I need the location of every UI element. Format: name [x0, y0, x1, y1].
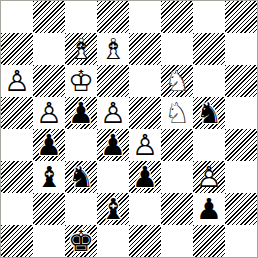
square-e3[interactable]: ♟ — [129, 161, 161, 193]
square-f4[interactable] — [161, 129, 193, 161]
pawn-black-glyph: ♟ — [97, 129, 129, 161]
king-black-glyph: ♚ — [65, 225, 97, 257]
square-g2[interactable]: ♟ — [193, 193, 225, 225]
square-g1[interactable] — [193, 225, 225, 257]
bishop-white-outline-glyph: ♗ — [97, 33, 129, 65]
piece-black-bishop[interactable]: ♝ — [97, 193, 129, 225]
square-e1[interactable] — [129, 225, 161, 257]
piece-black-pawn[interactable]: ♟ — [193, 193, 225, 225]
pawn-black-glyph: ♟ — [129, 161, 161, 193]
pawn-white-outline-glyph: ♙ — [1, 65, 33, 97]
square-e6[interactable] — [129, 65, 161, 97]
square-f5[interactable]: ♞♘ — [161, 97, 193, 129]
square-c6[interactable]: ♚♔ — [65, 65, 97, 97]
square-a8[interactable] — [1, 1, 33, 33]
square-a4[interactable] — [1, 129, 33, 161]
square-a3[interactable] — [1, 161, 33, 193]
piece-white-knight[interactable]: ♞♘ — [161, 65, 193, 97]
piece-black-knight[interactable]: ♞ — [65, 161, 97, 193]
piece-black-knight[interactable]: ♞ — [193, 97, 225, 129]
square-h7[interactable] — [225, 33, 257, 65]
square-f8[interactable] — [161, 1, 193, 33]
square-e8[interactable] — [129, 1, 161, 33]
square-d2[interactable]: ♝ — [97, 193, 129, 225]
square-c8[interactable] — [65, 1, 97, 33]
bishop-white-outline-glyph: ♗ — [65, 33, 97, 65]
square-h8[interactable] — [225, 1, 257, 33]
piece-black-pawn[interactable]: ♟ — [129, 161, 161, 193]
square-e2[interactable] — [129, 193, 161, 225]
piece-black-pawn[interactable]: ♟ — [97, 129, 129, 161]
pawn-white-outline-glyph: ♙ — [129, 129, 161, 161]
piece-white-pawn[interactable]: ♟♙ — [97, 97, 129, 129]
square-f7[interactable] — [161, 33, 193, 65]
square-b6[interactable] — [33, 65, 65, 97]
piece-black-pawn[interactable]: ♟ — [65, 97, 97, 129]
square-c3[interactable]: ♞ — [65, 161, 97, 193]
square-a6[interactable]: ♟♙ — [1, 65, 33, 97]
square-b5[interactable]: ♟♙ — [33, 97, 65, 129]
chess-board: ♝♗♝♗♟♙♚♔♞♘♟♙♟♟♙♞♘♞♟♟♟♙♝♞♟♟♙♝♟♚ — [1, 1, 257, 257]
knight-white-outline-glyph: ♘ — [161, 97, 193, 129]
piece-white-pawn[interactable]: ♟♙ — [129, 129, 161, 161]
knight-white-outline-glyph: ♘ — [161, 65, 193, 97]
square-c7[interactable]: ♝♗ — [65, 33, 97, 65]
square-g8[interactable] — [193, 1, 225, 33]
pawn-white-outline-glyph: ♙ — [97, 97, 129, 129]
knight-black-glyph: ♞ — [193, 97, 225, 129]
pawn-black-glyph: ♟ — [65, 97, 97, 129]
piece-white-pawn[interactable]: ♟♙ — [193, 161, 225, 193]
square-g7[interactable] — [193, 33, 225, 65]
piece-black-pawn[interactable]: ♟ — [33, 129, 65, 161]
square-g4[interactable] — [193, 129, 225, 161]
square-g5[interactable]: ♞ — [193, 97, 225, 129]
square-e7[interactable] — [129, 33, 161, 65]
square-a1[interactable] — [1, 225, 33, 257]
square-h4[interactable] — [225, 129, 257, 161]
square-g6[interactable] — [193, 65, 225, 97]
piece-black-bishop[interactable]: ♝ — [33, 161, 65, 193]
piece-white-pawn[interactable]: ♟♙ — [33, 97, 65, 129]
square-g3[interactable]: ♟♙ — [193, 161, 225, 193]
pawn-white-outline-glyph: ♙ — [33, 97, 65, 129]
square-e5[interactable] — [129, 97, 161, 129]
square-f1[interactable] — [161, 225, 193, 257]
square-b4[interactable]: ♟ — [33, 129, 65, 161]
piece-white-pawn[interactable]: ♟♙ — [1, 65, 33, 97]
knight-black-glyph: ♞ — [65, 161, 97, 193]
king-white-outline-glyph: ♔ — [65, 65, 97, 97]
square-f6[interactable]: ♞♘ — [161, 65, 193, 97]
square-a5[interactable] — [1, 97, 33, 129]
square-d5[interactable]: ♟♙ — [97, 97, 129, 129]
square-d3[interactable] — [97, 161, 129, 193]
square-d8[interactable] — [97, 1, 129, 33]
square-a2[interactable] — [1, 193, 33, 225]
square-c4[interactable] — [65, 129, 97, 161]
square-h6[interactable] — [225, 65, 257, 97]
square-c2[interactable] — [65, 193, 97, 225]
pawn-black-glyph: ♟ — [193, 193, 225, 225]
piece-black-king[interactable]: ♚ — [65, 225, 97, 257]
square-b3[interactable]: ♝ — [33, 161, 65, 193]
square-h2[interactable] — [225, 193, 257, 225]
square-b1[interactable] — [33, 225, 65, 257]
square-b8[interactable] — [33, 1, 65, 33]
piece-white-bishop[interactable]: ♝♗ — [97, 33, 129, 65]
square-h3[interactable] — [225, 161, 257, 193]
piece-white-knight[interactable]: ♞♘ — [161, 97, 193, 129]
square-c5[interactable]: ♟ — [65, 97, 97, 129]
square-e4[interactable]: ♟♙ — [129, 129, 161, 161]
square-d4[interactable]: ♟ — [97, 129, 129, 161]
square-d7[interactable]: ♝♗ — [97, 33, 129, 65]
bishop-black-glyph: ♝ — [33, 161, 65, 193]
square-f3[interactable] — [161, 161, 193, 193]
square-h1[interactable] — [225, 225, 257, 257]
square-d6[interactable] — [97, 65, 129, 97]
square-f2[interactable] — [161, 193, 193, 225]
piece-white-bishop[interactable]: ♝♗ — [65, 33, 97, 65]
piece-white-king[interactable]: ♚♔ — [65, 65, 97, 97]
pawn-white-outline-glyph: ♙ — [193, 161, 225, 193]
chess-board-frame: ♝♗♝♗♟♙♚♔♞♘♟♙♟♟♙♞♘♞♟♟♟♙♝♞♟♟♙♝♟♚ — [0, 0, 258, 258]
square-d1[interactable] — [97, 225, 129, 257]
bishop-black-glyph: ♝ — [97, 193, 129, 225]
square-h5[interactable] — [225, 97, 257, 129]
square-b7[interactable] — [33, 33, 65, 65]
pawn-black-glyph: ♟ — [33, 129, 65, 161]
square-b2[interactable] — [33, 193, 65, 225]
square-c1[interactable]: ♚ — [65, 225, 97, 257]
square-a7[interactable] — [1, 33, 33, 65]
